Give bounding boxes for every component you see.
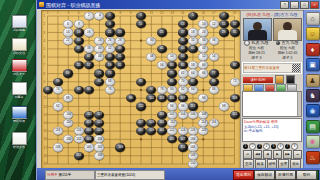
white-stone: 30 [146, 37, 156, 45]
desktop-icon-label: 对弈大厅 [6, 72, 32, 76]
black-stone: 17 [230, 20, 240, 28]
black-stone: 19 [74, 28, 84, 36]
desktop-icon-6[interactable]: 棋谱文件 [6, 132, 32, 149]
black-stone: 3 [136, 12, 146, 20]
info-panel: (白)孔杰 九段 - (黑)古力 九段 孔杰 九段 古力 九段 段位 九段段位 … [240, 10, 304, 170]
svg-text:14: 14 [181, 11, 185, 15]
app-icon [39, 2, 44, 7]
black-stone: 83 [136, 78, 146, 86]
svg-text:16: 16 [202, 11, 206, 15]
black-stone: 95 [84, 86, 94, 94]
white-stone: 12 [209, 20, 219, 28]
white-stone: 2 [84, 12, 94, 20]
smiley-icon[interactable]: ☺ [306, 27, 320, 40]
fire-icon[interactable]: ♨ [306, 151, 320, 164]
desktop-icon-label: 棋谱文件 [6, 145, 32, 149]
black-stone-icon [276, 41, 280, 45]
move-display-options: 12345678 [241, 143, 303, 150]
black-stone: 99 [126, 94, 136, 102]
white-stone: 118 [53, 127, 63, 135]
white-stone: 70 [178, 78, 188, 86]
panel-button-2[interactable]: 棋谱 [255, 159, 266, 169]
white-stone: 124 [178, 127, 188, 135]
white-stone: 14 [63, 28, 73, 36]
black-stone: 85 [167, 78, 177, 86]
svg-text:19: 19 [233, 11, 237, 15]
svg-text:5: 5 [44, 47, 46, 51]
svg-text:19: 19 [44, 162, 48, 166]
white-stone: 54 [209, 53, 219, 61]
desktop-icon-2[interactable]: 我的文档 [6, 38, 32, 55]
black-stone: 149 [115, 143, 125, 151]
svg-text:2: 2 [44, 22, 46, 26]
black-stone: 119 [157, 111, 167, 119]
white-stone: 36 [209, 37, 219, 45]
black-stone: 29 [219, 28, 229, 36]
white-stone: 72 [230, 78, 240, 86]
player-info-row-3: 提子 3提子 5 [241, 56, 303, 61]
black-stone: 35 [178, 37, 188, 45]
svg-text:17: 17 [44, 146, 48, 150]
black-stone: 45 [188, 45, 198, 53]
qr-code [292, 64, 300, 72]
panel-button-1[interactable]: 交流 [243, 159, 254, 169]
svg-text:1: 1 [44, 14, 46, 18]
black-stone: 43 [178, 45, 188, 53]
desktop-icon-image [12, 82, 27, 95]
white-stone: 84 [188, 86, 198, 94]
black-stone: 75 [167, 69, 177, 77]
status-box-room: 三星杯决赛直播室(1024) [95, 170, 165, 180]
svg-text:17: 17 [212, 11, 216, 15]
white-stone: 34 [198, 37, 208, 45]
player-info-rows: 段位 九段段位 九段用时 58:21用时 1:02:45提子 3提子 5 [241, 46, 303, 61]
display-option-stone[interactable]: 5 [271, 144, 276, 149]
desktop-icon-1[interactable]: 我的电脑 [6, 15, 32, 32]
white-stone: 22 [63, 37, 73, 45]
go-client-window: 围棋对弈 - 职业棋战直播 ?_□× 112233445566778899101… [36, 0, 320, 180]
svg-text:1: 1 [47, 11, 49, 15]
white-stone: 68 [105, 78, 115, 86]
white-stone: 112 [167, 119, 177, 127]
white-stone: 82 [178, 86, 188, 94]
message-box: Dave对局的棋谱 播报 实战白(+15, +15, +15) 白 中盘领先 [242, 118, 302, 142]
black-stone: 123 [84, 119, 94, 127]
white-stone: 100 [63, 111, 73, 119]
white-stone: 20 [198, 28, 208, 36]
svg-text:6: 6 [44, 55, 46, 59]
alert-icon[interactable]: ♦ [306, 43, 320, 56]
knight-icon[interactable]: ♞ [306, 89, 320, 102]
white-stone: 92 [53, 102, 63, 110]
maximize-button[interactable]: □ [300, 1, 309, 9]
match-title: (白)孔杰 九段 - (黑)古力 九段 [241, 11, 303, 18]
display-option-stone[interactable]: 7 [285, 144, 290, 149]
white-stone: 86 [209, 86, 219, 94]
svg-text:12: 12 [44, 105, 48, 109]
bottom-button-1[interactable]: 退出房间 [233, 170, 254, 180]
white-stone: 26 [105, 37, 115, 45]
white-stone: 16 [84, 28, 94, 36]
black-stone: 65 [178, 61, 188, 69]
display-option-stone[interactable]: 4 [263, 143, 270, 150]
black-stone: 5 [188, 12, 198, 20]
flower-icon[interactable]: ❀ [306, 135, 320, 148]
bottom-button-3[interactable]: 申请对局 [275, 170, 296, 180]
black-stone: 141 [157, 127, 167, 135]
globe-icon[interactable]: ◉ [306, 104, 320, 117]
white-stone: 148 [188, 152, 198, 160]
desktop-icon-label: 网络邻居 [6, 119, 32, 123]
white-stone: 62 [178, 69, 188, 77]
svg-text:11: 11 [150, 11, 153, 15]
svg-text:2: 2 [57, 11, 59, 15]
black-stone: 31 [230, 28, 240, 36]
black-stone: 131 [157, 119, 167, 127]
desktop-icon-label: 我的电脑 [6, 28, 32, 32]
lobby-sidebar: ⌂☺♦▣♟♞◉▤❀♨ [303, 10, 320, 170]
white-stone: 66 [198, 69, 208, 77]
white-stone: 94 [167, 102, 177, 110]
svg-text:12: 12 [160, 11, 164, 15]
black-stone: 27 [178, 28, 188, 36]
white-stone: 76 [105, 86, 115, 94]
black-stone: 33 [74, 37, 84, 45]
white-stone: 32 [188, 37, 198, 45]
white-player-photo [243, 18, 272, 41]
svg-text:13: 13 [44, 113, 48, 117]
black-stone: 67 [230, 61, 240, 69]
byoyomi-timer: 读秒 60秒 [243, 77, 273, 83]
white-stone: 140 [84, 143, 94, 151]
display-option-stone[interactable]: 6 [277, 143, 284, 150]
chat-scrollbar[interactable] [297, 92, 301, 116]
white-stone: 106 [188, 111, 198, 119]
black-stone: 21 [105, 28, 115, 36]
svg-text:3: 3 [67, 11, 69, 15]
black-stone: 91 [43, 86, 53, 94]
svg-text:7: 7 [44, 63, 46, 67]
chat-area[interactable] [242, 91, 302, 117]
black-stone: 37 [74, 45, 84, 53]
white-stone: 102 [167, 111, 177, 119]
desktop-icon-image [12, 38, 27, 51]
minimize-button[interactable]: _ [290, 1, 299, 9]
svg-text:16: 16 [44, 137, 48, 141]
monitor-icon[interactable]: ▣ [306, 58, 320, 71]
black-stone: 49 [105, 53, 115, 61]
black-stone: 25 [157, 28, 167, 36]
desktop-icon-image [12, 59, 27, 72]
white-stone: 120 [74, 127, 84, 135]
message-line-3: 白 中盘领先 [244, 129, 300, 134]
black-stone: 69 [63, 69, 73, 77]
desktop-icon-image [12, 132, 27, 145]
svg-text:4: 4 [78, 11, 80, 15]
white-stone: 74 [53, 86, 63, 94]
black-stone: 153 [74, 152, 84, 160]
black-stone: 53 [178, 53, 188, 61]
black-stone: 113 [188, 102, 198, 110]
white-stone: 38 [84, 45, 94, 53]
help-button[interactable]: ? [280, 1, 289, 9]
cards-icon[interactable]: ▤ [306, 120, 320, 133]
black-stone: 109 [230, 94, 240, 102]
white-stone: 78 [157, 86, 167, 94]
desktop-icon-label: 我的文档 [6, 51, 32, 55]
white-stone: 42 [105, 45, 115, 53]
white-stone: 64 [188, 69, 198, 77]
players-icon[interactable]: ♟ [306, 74, 320, 87]
event-banner-text: 第14届三星杯决赛直播 [244, 66, 291, 70]
black-stone: 71 [94, 69, 104, 77]
white-stone: 144 [188, 143, 198, 151]
black-stone: 151 [178, 143, 188, 151]
event-banner: 第14届三星杯决赛直播 [242, 62, 302, 74]
black-stone: 111 [136, 102, 146, 110]
panel-button-5[interactable]: 退出 [290, 159, 301, 169]
svg-text:3: 3 [44, 31, 46, 35]
svg-text:14: 14 [44, 121, 48, 125]
home-icon[interactable]: ⌂ [306, 12, 320, 25]
white-stone: 8 [74, 20, 84, 28]
panel-toolbar [241, 84, 303, 91]
display-option-stone[interactable]: 2 [249, 143, 256, 150]
bottom-bar: 对局中 第151手 三星杯决赛直播室(1024) 退出房间保存棋谱申请对局帮助 [37, 168, 320, 180]
black-stone: 127 [136, 119, 146, 127]
svg-text:8: 8 [44, 72, 46, 76]
close-button[interactable]: × [310, 1, 319, 9]
svg-text:4: 4 [44, 39, 46, 43]
black-stone: 107 [178, 94, 188, 102]
black-stone: 147 [178, 135, 188, 143]
display-option-stone[interactable]: 1 [243, 144, 248, 149]
black-stone: 115 [84, 111, 94, 119]
svg-text:13: 13 [170, 11, 174, 15]
white-info: 提子 3 [241, 56, 272, 61]
white-stone: 116 [209, 119, 219, 127]
panel-buttons: 交流棋谱研究全屏退出 [241, 159, 303, 168]
white-stone: 18 [188, 28, 198, 36]
black-stone: 1 [105, 12, 115, 20]
black-stone: 41 [157, 45, 167, 53]
black-stone: 13 [178, 20, 188, 28]
desktop-icon-image [12, 106, 27, 119]
white-stone: 138 [53, 143, 63, 151]
desktop-icon-label: 记事本 [6, 95, 32, 99]
black-stone: 73 [105, 69, 115, 77]
white-stone: 142 [94, 143, 104, 151]
status-box-game: 对局中 第151手 [45, 170, 95, 180]
black-stone: 89 [209, 78, 219, 86]
go-board[interactable]: 1122334455667788991010111112121313141415… [41, 10, 241, 170]
svg-text:15: 15 [44, 129, 48, 133]
white-stone: 104 [178, 111, 188, 119]
white-stone: 96 [178, 102, 188, 110]
titlebar-buttons: ?_□× [280, 1, 319, 9]
svg-text:8: 8 [119, 11, 121, 15]
svg-text:9: 9 [44, 80, 46, 84]
svg-text:9: 9 [130, 11, 132, 15]
black-stone: 79 [53, 78, 63, 86]
desktop-icon-3[interactable]: 对弈大厅 [6, 59, 32, 76]
white-stone: 108 [198, 111, 208, 119]
title-bar[interactable]: 围棋对弈 - 职业棋战直播 ?_□× [37, 0, 320, 9]
panel-button-4[interactable]: 全屏 [278, 159, 289, 169]
svg-text:11: 11 [44, 96, 47, 100]
desktop-icon-5[interactable]: 网络邻居 [6, 106, 32, 123]
player-photos [241, 18, 303, 40]
white-stone: 28 [115, 37, 125, 45]
bottom-button-4[interactable]: 帮助 [296, 170, 317, 180]
black-stone: 77 [209, 69, 219, 77]
desktop-icon-4[interactable]: 记事本 [6, 82, 32, 99]
black-stone: 93 [74, 86, 84, 94]
display-option-stone[interactable]: 8 [291, 143, 298, 150]
panel-button-3[interactable]: 研究 [267, 159, 278, 169]
black-player-photo [273, 18, 302, 41]
black-info: 提子 5 [272, 56, 303, 61]
white-stone: 150 [188, 160, 198, 168]
desktop-icon-image [12, 15, 27, 28]
window-title: 围棋对弈 - 职业棋战直播 [46, 2, 278, 8]
black-stone: 121 [230, 111, 240, 119]
bottom-button-2[interactable]: 保存棋谱 [254, 170, 275, 180]
black-stone: 23 [115, 28, 125, 36]
white-stone: 98 [219, 102, 229, 110]
black-stone: 87 [188, 78, 198, 86]
display-option-stone[interactable]: 3 [257, 144, 262, 149]
svg-text:18: 18 [44, 154, 48, 158]
